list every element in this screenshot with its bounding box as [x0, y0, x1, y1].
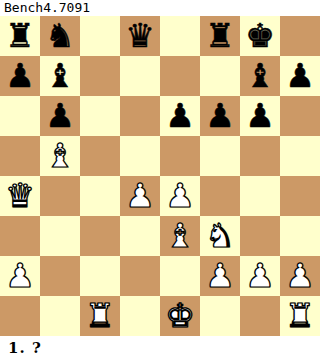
square-g1[interactable]	[240, 296, 280, 336]
chess-diagram-window: Bench4.7091 ♜♞♛♜♚♟♝♝♟♟♟♟♟♝♛♟♟♝♞♟♟♟♟♜♚♜ 1…	[0, 0, 320, 360]
square-c2[interactable]	[80, 256, 120, 296]
square-e8[interactable]	[160, 16, 200, 56]
square-a4[interactable]: ♛	[0, 176, 40, 216]
square-e7[interactable]	[160, 56, 200, 96]
square-b6[interactable]: ♟	[40, 96, 80, 136]
white-pawn[interactable]: ♟	[240, 256, 280, 296]
move-prompt: 1. ?	[0, 336, 320, 360]
white-knight[interactable]: ♞	[200, 216, 240, 256]
square-e3[interactable]: ♝	[160, 216, 200, 256]
square-h5[interactable]	[280, 136, 320, 176]
square-f5[interactable]	[200, 136, 240, 176]
square-b8[interactable]: ♞	[40, 16, 80, 56]
square-e1[interactable]: ♚	[160, 296, 200, 336]
white-pawn[interactable]: ♟	[0, 256, 40, 296]
white-king[interactable]: ♚	[160, 296, 200, 336]
square-c3[interactable]	[80, 216, 120, 256]
square-d4[interactable]: ♟	[120, 176, 160, 216]
square-b7[interactable]: ♝	[40, 56, 80, 96]
square-g3[interactable]	[240, 216, 280, 256]
square-f6[interactable]: ♟	[200, 96, 240, 136]
square-c1[interactable]: ♜	[80, 296, 120, 336]
white-rook[interactable]: ♜	[280, 296, 320, 336]
square-a8[interactable]: ♜	[0, 16, 40, 56]
black-queen[interactable]: ♛	[120, 16, 160, 56]
page-title: Bench4.7091	[0, 0, 320, 16]
white-pawn[interactable]: ♟	[160, 176, 200, 216]
square-g7[interactable]: ♝	[240, 56, 280, 96]
square-d8[interactable]: ♛	[120, 16, 160, 56]
black-rook[interactable]: ♜	[0, 16, 40, 56]
square-c4[interactable]	[80, 176, 120, 216]
square-g4[interactable]	[240, 176, 280, 216]
square-d2[interactable]	[120, 256, 160, 296]
square-f1[interactable]	[200, 296, 240, 336]
square-f8[interactable]: ♜	[200, 16, 240, 56]
square-h1[interactable]: ♜	[280, 296, 320, 336]
square-h7[interactable]: ♟	[280, 56, 320, 96]
square-h6[interactable]	[280, 96, 320, 136]
square-h2[interactable]: ♟	[280, 256, 320, 296]
square-d5[interactable]	[120, 136, 160, 176]
square-d7[interactable]	[120, 56, 160, 96]
square-g2[interactable]: ♟	[240, 256, 280, 296]
square-h8[interactable]	[280, 16, 320, 56]
black-king[interactable]: ♚	[240, 16, 280, 56]
square-a7[interactable]: ♟	[0, 56, 40, 96]
white-pawn[interactable]: ♟	[280, 256, 320, 296]
square-a1[interactable]	[0, 296, 40, 336]
square-f3[interactable]: ♞	[200, 216, 240, 256]
square-b4[interactable]	[40, 176, 80, 216]
square-h3[interactable]	[280, 216, 320, 256]
white-bishop[interactable]: ♝	[40, 136, 80, 176]
square-g5[interactable]	[240, 136, 280, 176]
black-bishop[interactable]: ♝	[40, 56, 80, 96]
square-f7[interactable]	[200, 56, 240, 96]
square-f2[interactable]: ♟	[200, 256, 240, 296]
square-e4[interactable]: ♟	[160, 176, 200, 216]
white-queen[interactable]: ♛	[0, 176, 40, 216]
square-c7[interactable]	[80, 56, 120, 96]
square-f4[interactable]	[200, 176, 240, 216]
black-pawn[interactable]: ♟	[240, 96, 280, 136]
square-c8[interactable]	[80, 16, 120, 56]
square-b5[interactable]: ♝	[40, 136, 80, 176]
square-e6[interactable]: ♟	[160, 96, 200, 136]
black-knight[interactable]: ♞	[40, 16, 80, 56]
square-a6[interactable]	[0, 96, 40, 136]
white-bishop[interactable]: ♝	[160, 216, 200, 256]
black-pawn[interactable]: ♟	[160, 96, 200, 136]
square-h4[interactable]	[280, 176, 320, 216]
square-c6[interactable]	[80, 96, 120, 136]
white-pawn[interactable]: ♟	[120, 176, 160, 216]
square-e5[interactable]	[160, 136, 200, 176]
square-d6[interactable]	[120, 96, 160, 136]
square-d3[interactable]	[120, 216, 160, 256]
square-b3[interactable]	[40, 216, 80, 256]
square-a3[interactable]	[0, 216, 40, 256]
square-c5[interactable]	[80, 136, 120, 176]
square-a5[interactable]	[0, 136, 40, 176]
square-b2[interactable]	[40, 256, 80, 296]
black-pawn[interactable]: ♟	[200, 96, 240, 136]
black-rook[interactable]: ♜	[200, 16, 240, 56]
black-bishop[interactable]: ♝	[240, 56, 280, 96]
square-a2[interactable]: ♟	[0, 256, 40, 296]
square-g8[interactable]: ♚	[240, 16, 280, 56]
black-pawn[interactable]: ♟	[0, 56, 40, 96]
white-pawn[interactable]: ♟	[200, 256, 240, 296]
square-e2[interactable]	[160, 256, 200, 296]
white-rook[interactable]: ♜	[80, 296, 120, 336]
black-pawn[interactable]: ♟	[280, 56, 320, 96]
square-b1[interactable]	[40, 296, 80, 336]
square-d1[interactable]	[120, 296, 160, 336]
black-pawn[interactable]: ♟	[40, 96, 80, 136]
square-g6[interactable]: ♟	[240, 96, 280, 136]
chess-board: ♜♞♛♜♚♟♝♝♟♟♟♟♟♝♛♟♟♝♞♟♟♟♟♜♚♜	[0, 16, 320, 336]
